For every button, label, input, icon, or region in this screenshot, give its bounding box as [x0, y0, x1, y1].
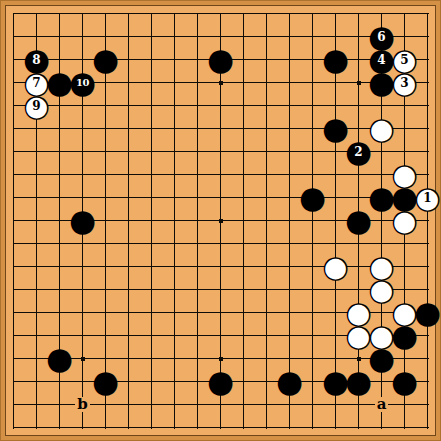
- move-5-white-stone: ●●5: [393, 48, 416, 71]
- stone-glyph: ●: [324, 48, 347, 71]
- black-stone: ●: [209, 48, 232, 71]
- move-number: 10: [71, 71, 94, 94]
- white-stone: ●●: [324, 255, 347, 278]
- stone-glyph: ●: [48, 347, 71, 370]
- star-point: [357, 357, 361, 361]
- move-8-black-stone: ●8: [25, 48, 48, 71]
- star-point: [357, 81, 361, 85]
- stone-glyph-inner: ●: [347, 324, 370, 347]
- stone-glyph: ●: [370, 186, 393, 209]
- white-stone: ●●: [370, 324, 393, 347]
- black-stone: ●: [416, 301, 439, 324]
- white-stone: ●●: [393, 301, 416, 324]
- black-stone: ●: [209, 370, 232, 393]
- move-6-black-stone: ●6: [370, 25, 393, 48]
- white-stone: ●●: [347, 324, 370, 347]
- black-stone: ●: [347, 370, 370, 393]
- move-2-black-stone: ●2: [347, 140, 370, 163]
- point-label-text: b: [75, 397, 90, 412]
- stone-glyph: ●: [94, 48, 117, 71]
- black-stone: ●: [48, 347, 71, 370]
- white-stone: ●●: [393, 163, 416, 186]
- stone-glyph: ●: [393, 370, 416, 393]
- black-stone: ●: [278, 370, 301, 393]
- move-number: 8: [25, 48, 48, 71]
- white-stone: ●●: [370, 278, 393, 301]
- white-stone: ●●: [370, 117, 393, 140]
- move-number: 6: [370, 25, 393, 48]
- black-stone: ●: [301, 186, 324, 209]
- star-point: [219, 357, 223, 361]
- stone-glyph: ●: [324, 117, 347, 140]
- move-number: 5: [393, 48, 416, 71]
- black-stone: ●: [347, 209, 370, 232]
- stone-glyph: ●: [48, 71, 71, 94]
- star-point: [219, 81, 223, 85]
- move-1-white-stone: ●●1: [416, 186, 439, 209]
- black-stone: ●: [324, 117, 347, 140]
- move-number: 9: [25, 94, 48, 117]
- move-10-black-stone: ●10: [71, 71, 94, 94]
- black-stone: ●: [324, 370, 347, 393]
- go-diagram: ●●1●2●●3●4●●5●6●●7●8●●9●10●●●●●●●●●●●●●●…: [0, 0, 441, 441]
- stone-glyph: ●: [416, 301, 439, 324]
- stone-glyph: ●: [347, 370, 370, 393]
- stone-glyph-inner: ●: [370, 278, 393, 301]
- black-stone: ●: [94, 370, 117, 393]
- white-stone: ●●: [393, 209, 416, 232]
- black-stone: ●: [48, 71, 71, 94]
- stone-glyph-inner: ●: [393, 301, 416, 324]
- move-number: 1: [416, 186, 439, 209]
- stone-glyph: ●: [209, 48, 232, 71]
- black-stone: ●: [71, 209, 94, 232]
- stone-glyph: ●: [94, 370, 117, 393]
- star-point: [219, 219, 223, 223]
- stone-glyph: ●: [278, 370, 301, 393]
- stone-glyph-inner: ●: [393, 209, 416, 232]
- stone-glyph: ●: [209, 370, 232, 393]
- stone-glyph-inner: ●: [324, 255, 347, 278]
- black-stone: ●: [370, 186, 393, 209]
- point-label-b: b: [71, 393, 94, 416]
- star-point: [81, 357, 85, 361]
- point-label-a: a: [370, 393, 393, 416]
- stone-glyph-inner: ●: [370, 324, 393, 347]
- black-stone: ●: [393, 370, 416, 393]
- stone-glyph: ●: [347, 209, 370, 232]
- move-9-white-stone: ●●9: [25, 94, 48, 117]
- stone-glyph: ●: [370, 71, 393, 94]
- black-stone: ●: [94, 48, 117, 71]
- stone-glyph: ●: [71, 209, 94, 232]
- black-stone: ●: [370, 71, 393, 94]
- stone-glyph: ●: [301, 186, 324, 209]
- stone-glyph-inner: ●: [393, 163, 416, 186]
- stone-glyph: ●: [324, 370, 347, 393]
- move-number: 2: [347, 140, 370, 163]
- stone-glyph-inner: ●: [370, 117, 393, 140]
- point-label-text: a: [375, 397, 389, 412]
- black-stone: ●: [324, 48, 347, 71]
